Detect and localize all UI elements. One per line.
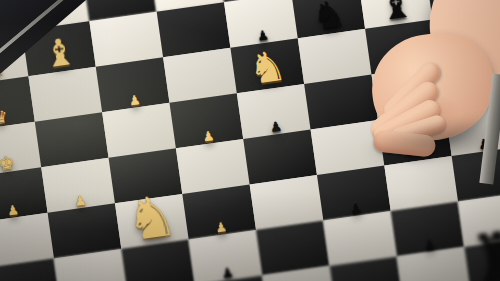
black-pawn-glyph: ♟: [269, 120, 282, 134]
piece-black-pawn-e5[interactable]: ♟: [237, 84, 311, 139]
black-rook-glyph: ♜: [448, 18, 491, 61]
piece-white-knight-c3[interactable]: ♞: [115, 194, 189, 249]
white-pawn-glyph: ♟: [128, 94, 141, 108]
black-pawn-glyph: ♟: [221, 267, 234, 281]
black-pawn-glyph: ♟: [423, 238, 436, 252]
square-h2[interactable]: [458, 192, 500, 247]
piece-white-pawn-c6[interactable]: ♟: [96, 57, 170, 112]
piece-white-pawn-d5[interactable]: ♟: [169, 93, 243, 148]
black-bishop-glyph: ♝: [377, 0, 415, 25]
black-knight-glyph: ♞: [388, 109, 441, 163]
white-knight-glyph: ♞: [246, 47, 289, 90]
black-knight-glyph: ♞: [310, 0, 348, 35]
white-queen-glyph: ♛: [0, 108, 9, 127]
piece-white-pawn-b4[interactable]: ♟: [41, 158, 115, 213]
black-pawn-glyph: ♟: [349, 202, 362, 216]
white-bishop-glyph: ♝: [41, 34, 79, 72]
white-king-glyph: ♚: [0, 154, 15, 173]
piece-black-pawn-d2[interactable]: ♟: [189, 230, 263, 281]
chess-board: ♝♝♟♞♝♛♟♞♜♚♟♟♝♟♟♞♟♞♟♟♟♟♟♟♜: [0, 0, 500, 281]
white-pawn-glyph: ♟: [202, 130, 215, 144]
piece-black-knight-g4[interactable]: ♞: [378, 111, 452, 166]
black-pawn-glyph: ♟: [256, 29, 269, 43]
chess-photo-scene: ♝♝♟♞♝♛♟♞♜♚♟♟♝♟♟♞♟♞♟♟♟♟♟♟♜: [0, 0, 500, 281]
white-pawn-glyph: ♟: [74, 194, 87, 208]
piece-black-pawn-f3[interactable]: ♟: [317, 166, 391, 221]
white-pawn-glyph: ♟: [6, 204, 19, 218]
white-pawn-glyph: ♟: [215, 221, 228, 235]
